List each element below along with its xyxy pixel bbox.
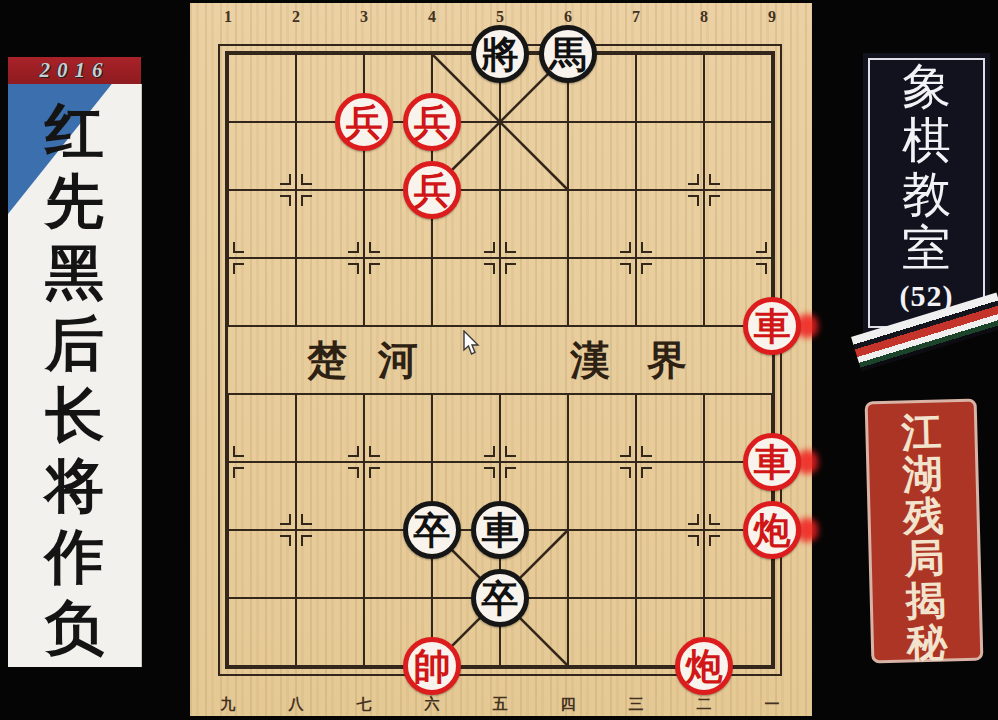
- point-marker: [280, 195, 291, 206]
- series-subtitle-text: 江湖残局揭秘: [868, 411, 981, 666]
- point-marker: [348, 446, 359, 457]
- point-marker: [505, 242, 516, 253]
- top-file-label: 7: [632, 9, 640, 25]
- point-marker: [369, 446, 380, 457]
- point-marker: [505, 446, 516, 457]
- point-marker: [505, 467, 516, 478]
- board-cell: [568, 598, 636, 666]
- point-marker: [233, 242, 244, 253]
- top-file-label: 2: [292, 9, 300, 25]
- title-char: 室: [902, 222, 951, 276]
- subtitle-char: 江: [901, 412, 942, 455]
- board-cell: [636, 54, 704, 122]
- year-banner: 2016: [8, 57, 141, 84]
- bottom-file-label: 六: [425, 697, 440, 712]
- board-cell: [432, 326, 500, 394]
- point-marker: [348, 467, 359, 478]
- river-text: 漢: [570, 333, 610, 388]
- piece-red-chariot[interactable]: 車: [743, 297, 801, 355]
- river-text: 河: [378, 333, 418, 388]
- board-cell: [296, 598, 364, 666]
- point-marker: [280, 514, 291, 525]
- point-marker: [280, 535, 291, 546]
- point-marker: [688, 535, 699, 546]
- piece-red-soldier[interactable]: 兵: [335, 93, 393, 151]
- board-cell: [568, 122, 636, 190]
- board-cell: [228, 598, 296, 666]
- board-cell: [228, 326, 296, 394]
- title-char: 象: [902, 60, 951, 114]
- piece-black-general[interactable]: 將: [471, 25, 529, 83]
- point-marker: [688, 174, 699, 185]
- bottom-file-label: 二: [697, 697, 712, 712]
- point-marker: [641, 263, 652, 274]
- subtitle-char: 残: [903, 495, 944, 538]
- piece-black-chariot[interactable]: 車: [471, 501, 529, 559]
- top-file-label: 6: [564, 9, 572, 25]
- caption-char: 作: [45, 522, 104, 593]
- bottom-file-label: 五: [493, 697, 508, 712]
- title-char: 教: [902, 168, 951, 222]
- point-marker: [620, 467, 631, 478]
- point-marker: [301, 195, 312, 206]
- piece-red-cannon[interactable]: 炮: [743, 501, 801, 559]
- point-marker: [301, 514, 312, 525]
- subtitle-char: 秘: [906, 621, 947, 664]
- point-marker: [301, 535, 312, 546]
- point-marker: [620, 242, 631, 253]
- point-marker: [641, 242, 652, 253]
- series-subtitle-panel: 江湖残局揭秘: [865, 399, 984, 664]
- point-marker: [688, 195, 699, 206]
- caption-char: 负: [45, 593, 104, 664]
- point-marker: [348, 263, 359, 274]
- point-marker: [505, 263, 516, 274]
- point-marker: [641, 467, 652, 478]
- piece-black-soldier[interactable]: 卒: [471, 569, 529, 627]
- point-marker: [369, 467, 380, 478]
- point-marker: [301, 174, 312, 185]
- point-marker: [233, 467, 244, 478]
- point-marker: [484, 446, 495, 457]
- show-title-text: 象棋教室(52): [863, 60, 990, 316]
- river-text: 楚: [307, 333, 347, 388]
- point-marker: [484, 467, 495, 478]
- board-cell: [228, 54, 296, 122]
- piece-red-chariot[interactable]: 車: [743, 433, 801, 491]
- bottom-file-label: 三: [629, 697, 644, 712]
- subtitle-char: 湖: [902, 454, 943, 497]
- point-marker: [709, 514, 720, 525]
- piece-red-general[interactable]: 帥: [403, 637, 461, 695]
- top-file-label: 3: [360, 9, 368, 25]
- point-marker: [688, 514, 699, 525]
- bottom-file-label: 一: [765, 697, 780, 712]
- point-marker: [233, 263, 244, 274]
- caption-char: 先: [45, 167, 104, 238]
- piece-red-soldier[interactable]: 兵: [403, 161, 461, 219]
- point-marker: [709, 174, 720, 185]
- point-marker: [280, 174, 291, 185]
- left-caption-panel: 红先黑后长将作负: [8, 84, 142, 667]
- piece-red-cannon[interactable]: 炮: [675, 637, 733, 695]
- point-marker: [620, 446, 631, 457]
- top-file-label: 1: [224, 9, 232, 25]
- piece-black-soldier[interactable]: 卒: [403, 501, 461, 559]
- bottom-file-label: 四: [561, 697, 576, 712]
- board-cell: [500, 122, 568, 190]
- top-file-label: 8: [700, 9, 708, 25]
- bottom-file-label: 七: [357, 697, 372, 712]
- video-frame: 2016 红先黑后长将作负 123456789九八七六五四三二一楚河漢界將馬卒車…: [0, 0, 998, 720]
- top-file-label: 4: [428, 9, 436, 25]
- caption-char: 长: [45, 380, 104, 451]
- point-marker: [484, 263, 495, 274]
- piece-black-horse[interactable]: 馬: [539, 25, 597, 83]
- river-text: 界: [647, 333, 687, 388]
- piece-red-soldier[interactable]: 兵: [403, 93, 461, 151]
- board-cell: [704, 54, 772, 122]
- board-cell: [568, 530, 636, 598]
- caption-char: 将: [45, 451, 104, 522]
- board-cell: [500, 326, 568, 394]
- left-caption-text: 红先黑后长将作负: [8, 96, 141, 664]
- top-file-label: 5: [496, 9, 504, 25]
- point-marker: [369, 263, 380, 274]
- point-marker: [233, 446, 244, 457]
- subtitle-char: 局: [904, 537, 945, 580]
- board-area: 123456789九八七六五四三二一楚河漢界將馬卒車卒兵兵兵車車炮帥炮: [190, 3, 812, 716]
- point-marker: [484, 242, 495, 253]
- point-marker: [348, 242, 359, 253]
- point-marker: [756, 242, 767, 253]
- top-file-label: 9: [768, 9, 776, 25]
- bottom-file-label: 九: [221, 697, 236, 712]
- title-char: 棋: [902, 114, 951, 168]
- point-marker: [709, 195, 720, 206]
- point-marker: [620, 263, 631, 274]
- point-marker: [369, 242, 380, 253]
- caption-char: 后: [45, 309, 104, 380]
- caption-char: 黑: [45, 238, 104, 309]
- bottom-file-label: 八: [289, 697, 304, 712]
- point-marker: [756, 263, 767, 274]
- point-marker: [709, 535, 720, 546]
- caption-char: 红: [45, 96, 104, 167]
- show-title-panel: 象棋教室(52): [863, 53, 990, 333]
- point-marker: [641, 446, 652, 457]
- subtitle-char: 揭: [905, 579, 946, 622]
- year-label: 2016: [40, 58, 110, 83]
